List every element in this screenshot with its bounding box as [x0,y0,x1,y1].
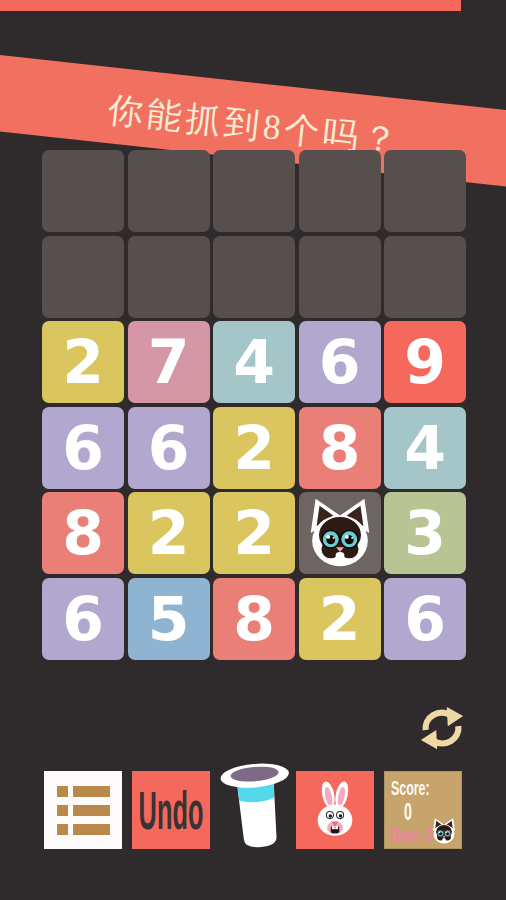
tile-r5c3-2[interactable]: 2 [213,492,295,574]
tile-r3c2-7[interactable]: 7 [128,321,210,403]
tile-r6c3-8[interactable]: 8 [213,578,295,660]
refresh-icon [418,706,466,750]
tile-r4c1-6[interactable]: 6 [42,407,124,489]
cell-r2c3-empty [213,236,295,318]
magic-hat-item-button[interactable] [212,748,298,852]
tile-r6c5-6[interactable]: 6 [384,578,466,660]
best-row: Best:0 [391,824,433,847]
cell-r1c1-empty [42,150,124,232]
game-board: 2746966284822 365826 [42,150,466,660]
cell-r1c5-empty [384,150,466,232]
tile-r5c4-cat[interactable] [299,492,381,574]
tile-r6c4-2[interactable]: 2 [299,578,381,660]
rabbit-item-button[interactable] [296,771,374,849]
tile-r4c3-2[interactable]: 2 [213,407,295,489]
tile-r3c3-4[interactable]: 4 [213,321,295,403]
cell-r1c3-empty [213,150,295,232]
magic-hat-icon [212,748,298,854]
tile-r5c2-2[interactable]: 2 [128,492,210,574]
undo-button-label: Undo [139,779,204,841]
cell-r1c2-empty [128,150,210,232]
tile-r3c4-6[interactable]: 6 [299,321,381,403]
tile-r6c2-5[interactable]: 5 [128,578,210,660]
undo-button[interactable]: Undo [132,771,210,849]
tile-r4c2-6[interactable]: 6 [128,407,210,489]
cat-face-icon [300,493,380,573]
top-ribbon-strip [0,0,461,11]
cell-r2c5-empty [384,236,466,318]
tile-r6c1-6[interactable]: 6 [42,578,124,660]
score-value: 0 [404,799,412,826]
score-panel: Score: 0 Best:0 [384,771,462,849]
rabbit-icon [302,777,368,843]
cell-r1c4-empty [299,150,381,232]
menu-list-icon [57,786,110,835]
tile-r4c5-4[interactable]: 4 [384,407,466,489]
best-label: Best: [391,824,422,846]
cell-r2c4-empty [299,236,381,318]
tile-r3c5-9[interactable]: 9 [384,321,466,403]
cell-r2c2-empty [128,236,210,318]
tile-r5c5-3[interactable]: 3 [384,492,466,574]
score-label: Score: [391,777,430,800]
cat-mini-icon [429,816,459,846]
menu-button[interactable] [44,771,122,849]
tile-r5c1-8[interactable]: 8 [42,492,124,574]
tile-r3c1-2[interactable]: 2 [42,321,124,403]
cat-face-icon [429,816,459,846]
game-screen: 你能抓到8个吗？ 2746966284822 365826 [0,0,506,900]
tile-r4c4-8[interactable]: 8 [299,407,381,489]
cell-r2c1-empty [42,236,124,318]
restart-button[interactable] [418,706,466,752]
